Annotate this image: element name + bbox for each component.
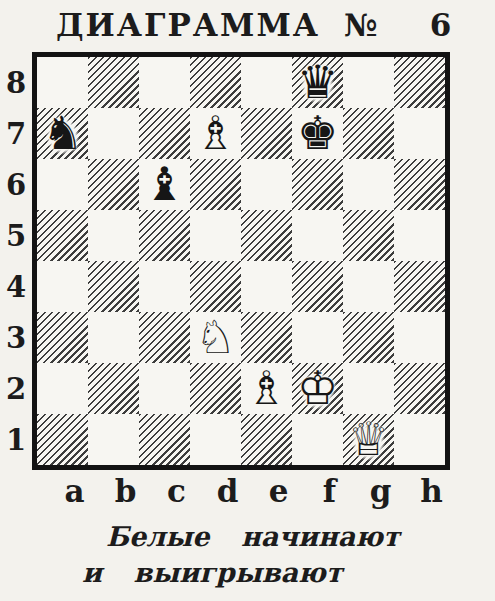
piece-black-queen: ♛	[292, 57, 343, 108]
piece-white-bishop: ♗	[241, 363, 292, 414]
square-d6[interactable]	[190, 159, 241, 210]
square-c7[interactable]	[139, 108, 190, 159]
square-e5[interactable]	[241, 210, 292, 261]
piece-black-bishop: ♝	[139, 159, 190, 210]
file-label-c: c	[151, 473, 202, 509]
square-g7[interactable]	[343, 108, 394, 159]
square-g1[interactable]: ♕	[343, 414, 394, 465]
square-b2[interactable]	[88, 363, 139, 414]
square-f4[interactable]	[292, 261, 343, 312]
square-f2[interactable]: ♔	[292, 363, 343, 414]
file-label-f: f	[304, 473, 355, 509]
caption-line-1: Белые начинают	[106, 519, 495, 555]
square-d7[interactable]: ♗	[190, 108, 241, 159]
square-g5[interactable]	[343, 210, 394, 261]
square-a5[interactable]	[37, 210, 88, 261]
square-h2[interactable]	[394, 363, 445, 414]
piece-black-king: ♚	[292, 108, 343, 159]
square-d2[interactable]	[190, 363, 241, 414]
rank-label-6: 6	[0, 159, 32, 210]
square-a7[interactable]: ♞	[37, 108, 88, 159]
square-d8[interactable]	[190, 57, 241, 108]
piece-white-king: ♔	[292, 363, 343, 414]
rank-labels: 87654321	[0, 52, 32, 465]
book-page: ДИАГРАММА № 6 87654321 ♛♞♗♚♝♘♗♔♕ abcdefg…	[0, 0, 495, 601]
square-h6[interactable]	[394, 159, 445, 210]
square-h1[interactable]	[394, 414, 445, 465]
rank-label-4: 4	[0, 261, 32, 312]
square-e3[interactable]	[241, 312, 292, 363]
diagram-number: 6	[430, 7, 452, 43]
square-e2[interactable]: ♗	[241, 363, 292, 414]
square-f6[interactable]	[292, 159, 343, 210]
square-c1[interactable]	[139, 414, 190, 465]
square-d3[interactable]: ♘	[190, 312, 241, 363]
file-label-b: b	[100, 473, 151, 509]
file-label-h: h	[406, 473, 457, 509]
square-h5[interactable]	[394, 210, 445, 261]
square-e8[interactable]	[241, 57, 292, 108]
square-a6[interactable]	[37, 159, 88, 210]
chess-board: ♛♞♗♚♝♘♗♔♕	[32, 52, 450, 470]
square-d1[interactable]	[190, 414, 241, 465]
square-a2[interactable]	[37, 363, 88, 414]
caption: Белые начинают и выигрывают	[0, 519, 495, 591]
rank-label-7: 7	[0, 108, 32, 159]
diagram-title: ДИАГРАММА № 6	[56, 7, 495, 43]
square-g6[interactable]	[343, 159, 394, 210]
square-d4[interactable]	[190, 261, 241, 312]
square-c2[interactable]	[139, 363, 190, 414]
square-c6[interactable]: ♝	[139, 159, 190, 210]
caption-line-2: и выигрывают	[82, 555, 495, 591]
square-g8[interactable]	[343, 57, 394, 108]
square-h4[interactable]	[394, 261, 445, 312]
square-a3[interactable]	[37, 312, 88, 363]
rank-label-1: 1	[0, 414, 32, 465]
file-labels: abcdefgh	[49, 473, 495, 509]
square-b4[interactable]	[88, 261, 139, 312]
square-c4[interactable]	[139, 261, 190, 312]
file-label-g: g	[355, 473, 406, 509]
square-d5[interactable]	[190, 210, 241, 261]
square-a4[interactable]	[37, 261, 88, 312]
piece-black-knight: ♞	[37, 108, 88, 159]
square-a8[interactable]	[37, 57, 88, 108]
square-h7[interactable]	[394, 108, 445, 159]
square-b6[interactable]	[88, 159, 139, 210]
square-b8[interactable]	[88, 57, 139, 108]
square-c5[interactable]	[139, 210, 190, 261]
square-f3[interactable]	[292, 312, 343, 363]
square-h8[interactable]	[394, 57, 445, 108]
square-f1[interactable]	[292, 414, 343, 465]
square-b3[interactable]	[88, 312, 139, 363]
piece-white-knight: ♘	[190, 312, 241, 363]
file-label-a: a	[49, 473, 100, 509]
square-f8[interactable]: ♛	[292, 57, 343, 108]
square-e1[interactable]	[241, 414, 292, 465]
square-b1[interactable]	[88, 414, 139, 465]
board-area: 87654321 ♛♞♗♚♝♘♗♔♕	[0, 52, 495, 470]
square-e4[interactable]	[241, 261, 292, 312]
square-f5[interactable]	[292, 210, 343, 261]
square-g2[interactable]	[343, 363, 394, 414]
square-e7[interactable]	[241, 108, 292, 159]
square-g4[interactable]	[343, 261, 394, 312]
rank-label-5: 5	[0, 210, 32, 261]
file-label-e: e	[253, 473, 304, 509]
square-h3[interactable]	[394, 312, 445, 363]
square-c3[interactable]	[139, 312, 190, 363]
square-b7[interactable]	[88, 108, 139, 159]
rank-label-8: 8	[0, 57, 32, 108]
diagram-title-word: ДИАГРАММА	[56, 7, 320, 43]
piece-white-bishop: ♗	[190, 108, 241, 159]
square-a1[interactable]	[37, 414, 88, 465]
square-g3[interactable]	[343, 312, 394, 363]
numero-sign: №	[344, 7, 378, 43]
rank-label-3: 3	[0, 312, 32, 363]
square-e6[interactable]	[241, 159, 292, 210]
piece-white-queen: ♕	[343, 414, 394, 465]
square-c8[interactable]	[139, 57, 190, 108]
file-label-d: d	[202, 473, 253, 509]
square-b5[interactable]	[88, 210, 139, 261]
rank-label-2: 2	[0, 363, 32, 414]
square-f7[interactable]: ♚	[292, 108, 343, 159]
